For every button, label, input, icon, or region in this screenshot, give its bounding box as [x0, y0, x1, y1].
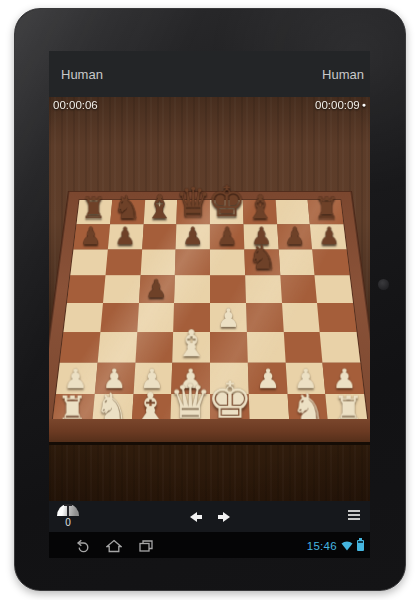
- white-pawn[interactable]: ♟: [63, 365, 87, 392]
- square-a4[interactable]: [63, 303, 102, 332]
- clock-time: 15:46: [307, 540, 337, 552]
- board-frame-wood: ♜♞♝♛♚♝♜♟♟♟♟♟♟♟♞♟♟♝♟♟♟♟♟♟♟♜♞♝♛♚♞♜: [49, 192, 370, 441]
- square-e5[interactable]: [210, 275, 246, 303]
- black-pawn[interactable]: ♟: [284, 224, 305, 248]
- square-g4[interactable]: [281, 303, 319, 332]
- battery-icon: [357, 540, 364, 551]
- player-name-right: Human: [322, 67, 364, 82]
- black-pawn[interactable]: ♟: [114, 224, 135, 248]
- clock-left: 00:00:06: [53, 99, 98, 111]
- square-d3[interactable]: ♝: [172, 332, 210, 362]
- square-d8[interactable]: ♛: [176, 200, 209, 224]
- black-pawn[interactable]: ♟: [318, 224, 339, 248]
- black-knight[interactable]: ♞: [112, 191, 140, 223]
- square-e4[interactable]: ♟: [210, 303, 247, 332]
- home-nav-icon[interactable]: [106, 539, 122, 553]
- square-c5[interactable]: ♟: [138, 275, 175, 303]
- player-name-left: Human: [61, 67, 103, 82]
- square-a6[interactable]: [70, 249, 107, 275]
- square-e3[interactable]: [210, 332, 248, 362]
- square-d6[interactable]: [175, 249, 210, 275]
- square-b8[interactable]: ♞: [109, 200, 144, 224]
- square-b4[interactable]: [100, 303, 138, 332]
- square-b7[interactable]: ♟: [107, 224, 143, 249]
- square-c7[interactable]: [141, 224, 176, 249]
- gauge-count: 0: [56, 516, 80, 529]
- gauge-widget[interactable]: 0: [56, 502, 80, 529]
- black-bishop[interactable]: ♝: [145, 190, 174, 223]
- square-h5[interactable]: [314, 275, 352, 303]
- back-move-arrow[interactable]: [190, 512, 202, 522]
- white-pawn[interactable]: ♟: [216, 305, 239, 331]
- black-bishop[interactable]: ♝: [245, 190, 274, 223]
- square-a8[interactable]: ♜: [76, 200, 112, 224]
- turn-indicator-dot: ●: [362, 101, 366, 108]
- square-e8[interactable]: ♚: [210, 200, 243, 224]
- square-c6[interactable]: [140, 249, 176, 275]
- square-b6[interactable]: [105, 249, 142, 275]
- black-rook[interactable]: ♜: [313, 194, 339, 223]
- black-rook[interactable]: ♜: [80, 194, 106, 223]
- square-g6[interactable]: [278, 249, 315, 275]
- square-g7[interactable]: ♟: [276, 224, 312, 249]
- tablet-frame: Human Human 00:00:06 00:00:09 ● ♜♞♝♛♚♝♜♟…: [14, 8, 406, 591]
- white-bishop[interactable]: ♝: [174, 324, 207, 361]
- chess-board[interactable]: ♜♞♝♛♚♝♜♟♟♟♟♟♟♟♞♟♟♝♟♟♟♟♟♟♟♜♞♝♛♚♞♜: [51, 200, 367, 428]
- square-d7[interactable]: ♟: [175, 224, 209, 249]
- square-g3[interactable]: [283, 332, 322, 362]
- square-h3[interactable]: [319, 332, 359, 362]
- square-a7[interactable]: ♟: [73, 224, 109, 249]
- square-d5[interactable]: [174, 275, 210, 303]
- square-h4[interactable]: [317, 303, 356, 332]
- forward-move-arrow[interactable]: [218, 512, 230, 522]
- android-navbar: 15:46: [49, 532, 370, 558]
- square-f4[interactable]: [245, 303, 283, 332]
- wifi-icon: [341, 540, 353, 551]
- app-screen: Human Human 00:00:06 00:00:09 ● ♜♞♝♛♚♝♜♟…: [49, 51, 370, 558]
- square-g5[interactable]: [279, 275, 316, 303]
- square-e7[interactable]: ♟: [210, 224, 244, 249]
- black-pawn[interactable]: ♟: [216, 224, 237, 248]
- player-bar: Human Human: [49, 51, 370, 97]
- board-front-edge: [49, 419, 370, 445]
- clock-row: 00:00:06 00:00:09 ●: [49, 97, 370, 112]
- back-nav-icon[interactable]: [73, 539, 90, 553]
- square-h7[interactable]: ♟: [310, 224, 346, 249]
- square-a5[interactable]: [67, 275, 105, 303]
- black-pawn[interactable]: ♟: [182, 224, 203, 248]
- square-f6[interactable]: ♞: [244, 249, 280, 275]
- square-c4[interactable]: [136, 303, 174, 332]
- white-pawn[interactable]: ♟: [332, 365, 356, 392]
- square-f3[interactable]: [246, 332, 284, 362]
- camera-icon: [378, 279, 389, 290]
- square-f5[interactable]: [244, 275, 281, 303]
- square-c3[interactable]: [134, 332, 172, 362]
- square-f2[interactable]: ♟: [247, 362, 286, 394]
- black-pawn[interactable]: ♟: [80, 224, 101, 248]
- black-queen[interactable]: ♛: [175, 183, 211, 223]
- app-toolbar: 0: [49, 501, 370, 532]
- square-f8[interactable]: ♝: [242, 200, 276, 224]
- square-b3[interactable]: [97, 332, 136, 362]
- gauge-icon: [57, 504, 79, 516]
- square-c8[interactable]: ♝: [143, 200, 177, 224]
- white-pawn[interactable]: ♟: [255, 365, 279, 392]
- square-h8[interactable]: ♜: [307, 200, 343, 224]
- clock-right: 00:00:09: [315, 99, 360, 111]
- board-scene: 00:00:06 00:00:09 ● ♜♞♝♛♚♝♜♟♟♟♟♟♟♟♞♟♟♝♟♟…: [49, 97, 370, 501]
- square-b5[interactable]: [102, 275, 139, 303]
- black-king[interactable]: ♚: [207, 180, 245, 223]
- black-pawn[interactable]: ♟: [145, 276, 167, 301]
- menu-icon[interactable]: [348, 510, 360, 522]
- square-a3[interactable]: [59, 332, 99, 362]
- square-g8[interactable]: [275, 200, 310, 224]
- square-h6[interactable]: [312, 249, 349, 275]
- black-knight[interactable]: ♞: [247, 241, 277, 274]
- recents-nav-icon[interactable]: [138, 539, 154, 553]
- square-e6[interactable]: [210, 249, 245, 275]
